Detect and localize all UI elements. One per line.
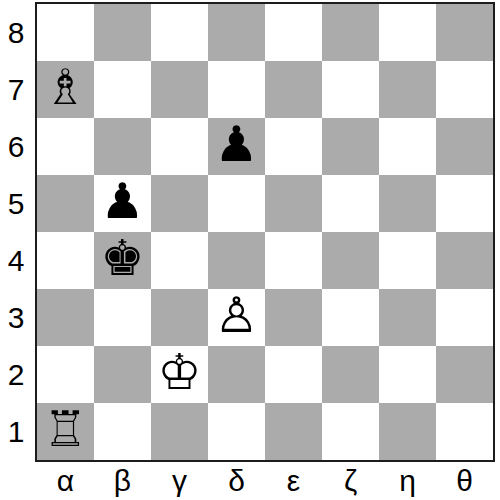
square-h4[interactable] [436,232,493,289]
square-c7[interactable] [151,61,208,118]
chess-diagram: 87654321 ♗♟♟♚♙♔♖ αβγδεζηθ [0,0,500,500]
square-e6[interactable] [265,118,322,175]
square-d4[interactable] [208,232,265,289]
rank-label-5: 5 [0,175,32,232]
square-e5[interactable] [265,175,322,232]
file-label-b: β [94,462,151,500]
black-pawn[interactable]: ♟ [215,116,259,173]
file-label-e: ε [265,462,322,500]
rank-label-3: 3 [0,289,32,346]
square-e4[interactable] [265,232,322,289]
square-e1[interactable] [265,403,322,460]
file-label-h: θ [436,462,493,500]
square-c2[interactable]: ♔ [151,346,208,403]
square-b5[interactable]: ♟ [94,175,151,232]
square-g1[interactable] [379,403,436,460]
rank-label-8: 8 [0,4,32,61]
square-a7[interactable]: ♗ [37,61,94,118]
square-b2[interactable] [94,346,151,403]
square-f2[interactable] [322,346,379,403]
square-h3[interactable] [436,289,493,346]
square-g4[interactable] [379,232,436,289]
square-b6[interactable] [94,118,151,175]
square-h2[interactable] [436,346,493,403]
square-c3[interactable] [151,289,208,346]
square-c5[interactable] [151,175,208,232]
white-bishop[interactable]: ♗ [44,59,88,116]
file-label-d: δ [208,462,265,500]
rank-label-4: 4 [0,232,32,289]
square-f8[interactable] [322,4,379,61]
rank-label-7: 7 [0,61,32,118]
square-d5[interactable] [208,175,265,232]
square-g3[interactable] [379,289,436,346]
square-a6[interactable] [37,118,94,175]
white-pawn[interactable]: ♙ [215,287,259,344]
square-h1[interactable] [436,403,493,460]
square-f6[interactable] [322,118,379,175]
rank-label-2: 2 [0,346,32,403]
file-label-c: γ [151,462,208,500]
rank-labels: 87654321 [0,4,32,460]
square-e7[interactable] [265,61,322,118]
square-d1[interactable] [208,403,265,460]
white-king[interactable]: ♔ [158,344,202,401]
square-h7[interactable] [436,61,493,118]
square-f5[interactable] [322,175,379,232]
square-h8[interactable] [436,4,493,61]
black-pawn[interactable]: ♟ [101,173,145,230]
square-f3[interactable] [322,289,379,346]
square-g8[interactable] [379,4,436,61]
chess-board: ♗♟♟♚♙♔♖ [35,2,495,462]
square-c1[interactable] [151,403,208,460]
square-b3[interactable] [94,289,151,346]
file-label-a: α [37,462,94,500]
square-g2[interactable] [379,346,436,403]
square-c6[interactable] [151,118,208,175]
square-g7[interactable] [379,61,436,118]
square-g5[interactable] [379,175,436,232]
white-rook[interactable]: ♖ [44,401,88,458]
square-a8[interactable] [37,4,94,61]
square-f7[interactable] [322,61,379,118]
square-d7[interactable] [208,61,265,118]
square-e8[interactable] [265,4,322,61]
square-f4[interactable] [322,232,379,289]
square-a3[interactable] [37,289,94,346]
square-e3[interactable] [265,289,322,346]
square-d2[interactable] [208,346,265,403]
square-a2[interactable] [37,346,94,403]
file-labels: αβγδεζηθ [37,462,493,500]
square-b7[interactable] [94,61,151,118]
file-label-f: ζ [322,462,379,500]
square-c4[interactable] [151,232,208,289]
square-d6[interactable]: ♟ [208,118,265,175]
rank-label-6: 6 [0,118,32,175]
rank-label-1: 1 [0,403,32,460]
square-h6[interactable] [436,118,493,175]
square-a5[interactable] [37,175,94,232]
black-king[interactable]: ♚ [101,230,145,287]
square-h5[interactable] [436,175,493,232]
square-b8[interactable] [94,4,151,61]
square-c8[interactable] [151,4,208,61]
square-e2[interactable] [265,346,322,403]
square-f1[interactable] [322,403,379,460]
square-d8[interactable] [208,4,265,61]
square-g6[interactable] [379,118,436,175]
file-label-g: η [379,462,436,500]
square-b4[interactable]: ♚ [94,232,151,289]
square-d3[interactable]: ♙ [208,289,265,346]
square-b1[interactable] [94,403,151,460]
square-a4[interactable] [37,232,94,289]
square-a1[interactable]: ♖ [37,403,94,460]
